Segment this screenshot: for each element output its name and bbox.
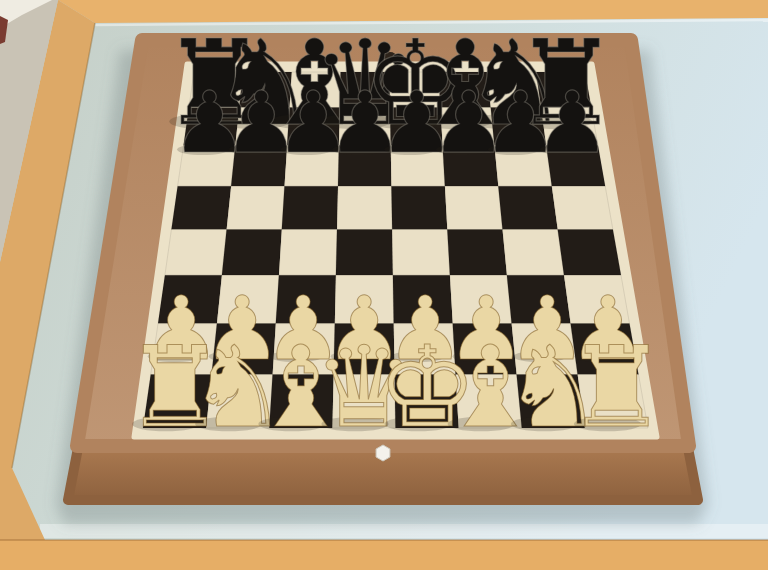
square-b4 — [222, 230, 282, 276]
square-g5 — [498, 186, 557, 229]
table-frame-bottom — [0, 540, 768, 570]
square-e4 — [392, 230, 450, 276]
chessboard-photo: ♜♞♝♛♚♝♞♜♟♟♟♟♟♟♟♟♟♟♟♟♟♟♟♟♜♞♝♛♚♝♞♜ — [0, 0, 768, 570]
square-g4 — [503, 230, 565, 276]
scene: ♜♞♝♛♚♝♞♜♟♟♟♟♟♟♟♟♟♟♟♟♟♟♟♟♜♞♝♛♚♝♞♜ — [0, 0, 768, 570]
square-a5 — [171, 186, 231, 229]
square-f4 — [447, 230, 507, 276]
glass-bottom-bevel — [40, 524, 768, 538]
square-c5 — [282, 186, 338, 229]
square-f5 — [445, 186, 503, 229]
piece-black-pawn-h7: ♟ — [534, 73, 610, 172]
square-d5 — [337, 186, 392, 229]
square-a4 — [165, 230, 227, 276]
square-h4 — [558, 230, 621, 276]
square-c4 — [279, 230, 337, 276]
square-e5 — [391, 186, 447, 229]
square-b5 — [227, 186, 285, 229]
piece-white-rook-h1: ♜ — [566, 322, 666, 452]
square-h5 — [552, 186, 613, 229]
square-d4 — [336, 230, 393, 276]
